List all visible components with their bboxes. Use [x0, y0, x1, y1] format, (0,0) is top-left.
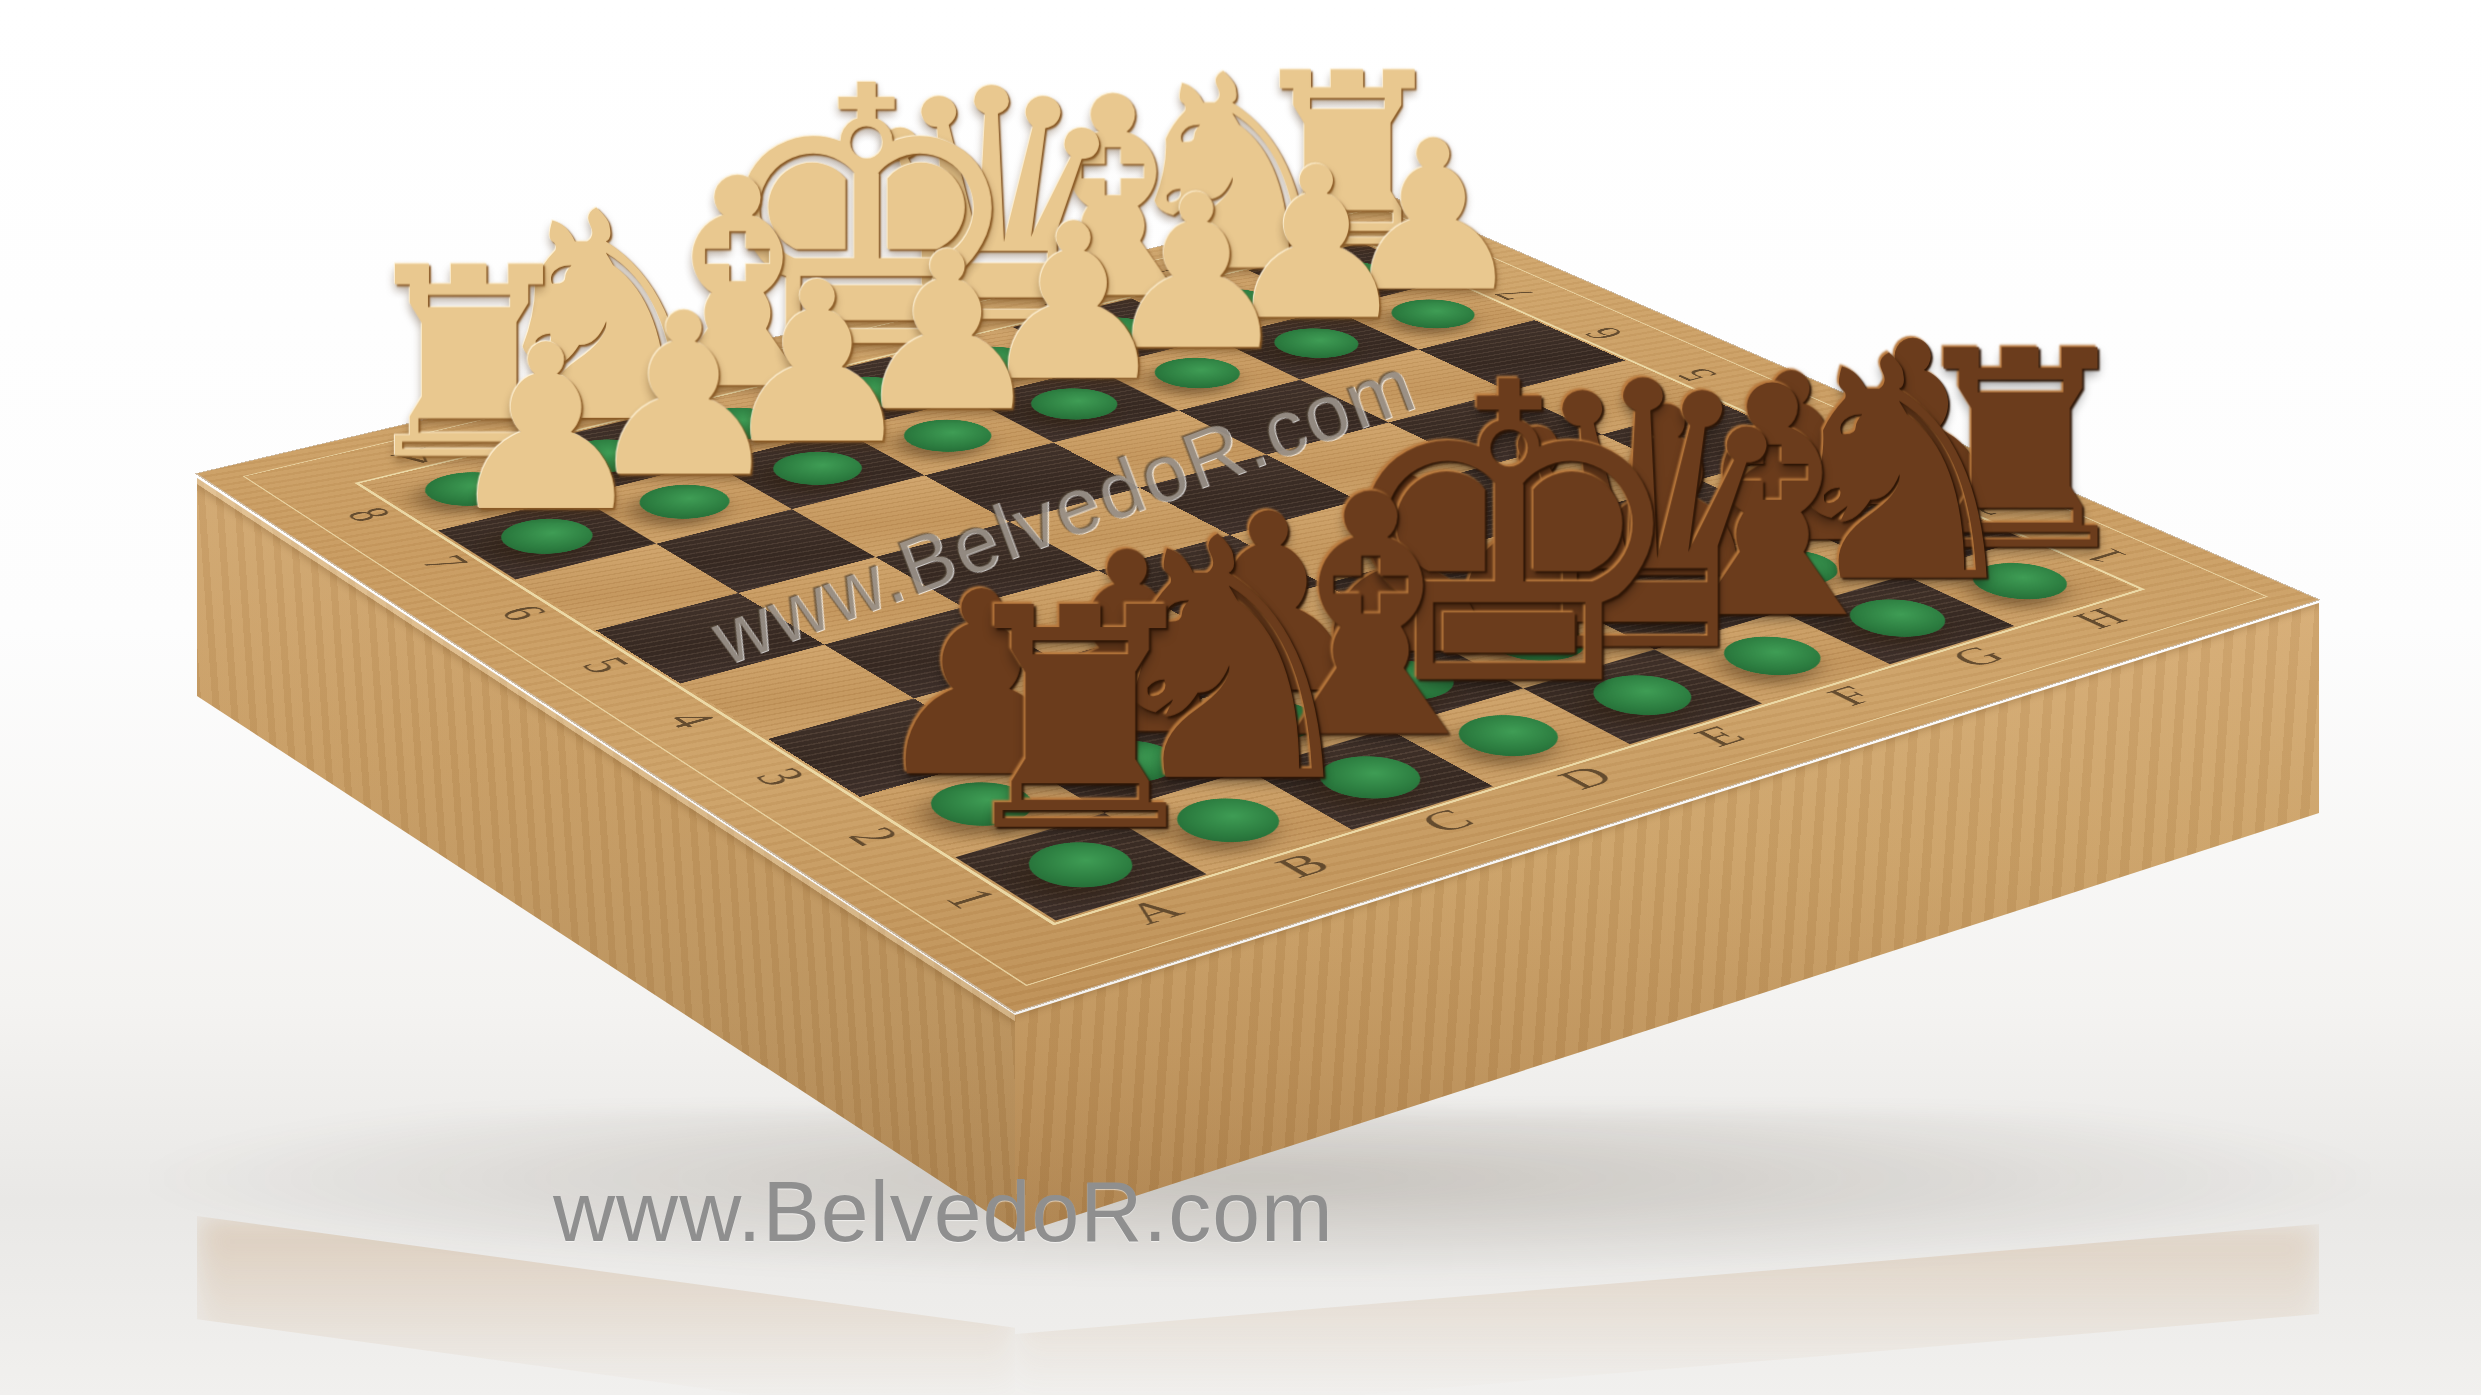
floor-watermark-text: www.BelvedoR.com [553, 1162, 1334, 1261]
chess-box-lid-top: 87654321H♜♟♟♜HG♞♟♟♞GF♝♟♟♝FE♛♟♟♛ED♚♟♟♚DC♝… [197, 194, 2318, 1012]
rank-label: 7 [412, 552, 478, 574]
rank-label: 1 [934, 885, 1008, 914]
square-a6 [515, 544, 738, 631]
rank-label: 6 [490, 601, 557, 624]
rank-label: 5 [571, 653, 640, 677]
piece-light-pawn-a7: ♟ [336, 315, 757, 543]
file-label: A [1116, 894, 1194, 930]
product-photo-chess-box: 87654321H♜♟♟♜HG♞♟♟♞GF♝♟♟♝FE♛♟♟♛ED♚♟♟♚DC♝… [0, 0, 2481, 1395]
chessboard: 87654321H♜♟♟♜HG♞♟♟♞GF♝♟♟♝FE♛♟♟♛ED♚♟♟♚DC♝… [270, 215, 2237, 971]
rank-label: 4 [656, 707, 726, 732]
